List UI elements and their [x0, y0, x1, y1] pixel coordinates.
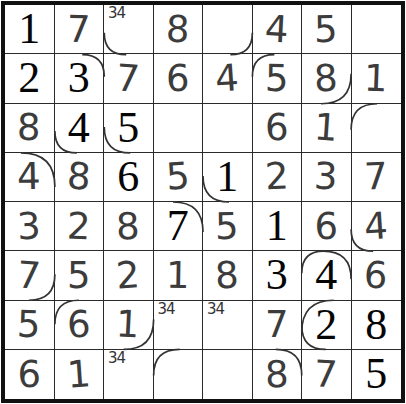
entered-digit: 5 [314, 10, 338, 47]
given-digit: 5 [365, 352, 387, 396]
cell-r8c2[interactable]: 1 [55, 350, 105, 399]
cell-r5c2[interactable]: 2 [55, 202, 105, 251]
given-digit: 8 [365, 303, 387, 347]
entered-digit: 7 [364, 158, 389, 196]
entered-digit: 5 [165, 158, 191, 197]
given-digit: 1 [266, 204, 288, 248]
cell-r1c3[interactable]: 34 [104, 5, 154, 54]
cell-r1c7[interactable]: 5 [302, 5, 352, 54]
cell-r5c5[interactable]: 5 [203, 202, 253, 251]
cell-r4c8[interactable]: 7 [352, 153, 402, 202]
cell-r6c8[interactable]: 6 [352, 251, 402, 300]
pencilmark-candidates: 34 [108, 6, 125, 21]
cell-r3c3[interactable]: 5 [104, 104, 154, 153]
entered-digit: 5 [265, 60, 289, 97]
entered-digit: 6 [66, 306, 91, 344]
cell-r5c7[interactable]: 6 [302, 202, 352, 251]
entered-digit: 3 [314, 158, 339, 196]
cell-r3c2[interactable]: 4 [55, 104, 105, 153]
cell-r6c1[interactable]: 7 [5, 251, 55, 300]
cell-r5c3[interactable]: 8 [104, 202, 154, 251]
entered-digit: 1 [116, 306, 141, 344]
cell-r1c5[interactable] [203, 5, 253, 54]
cell-r8c4[interactable] [154, 350, 204, 399]
entered-digit: 5 [17, 306, 42, 344]
cell-r6c4[interactable]: 1 [154, 251, 204, 300]
cell-r1c4[interactable]: 8 [154, 5, 204, 54]
given-digit: 2 [315, 303, 337, 347]
entered-digit: 7 [265, 306, 289, 343]
cell-r1c2[interactable]: 7 [55, 5, 105, 54]
entered-digit: 8 [116, 207, 141, 245]
entered-digit: 2 [115, 256, 141, 295]
entered-digit: 5 [67, 257, 91, 294]
cell-r3c4[interactable] [154, 104, 204, 153]
cell-r8c5[interactable] [203, 350, 253, 399]
cell-r2c5[interactable]: 4 [203, 54, 253, 103]
cell-r6c6[interactable]: 3 [253, 251, 303, 300]
given-digit: 4 [68, 106, 90, 150]
cell-r8c8[interactable]: 5 [352, 350, 402, 399]
given-digit: 7 [167, 204, 189, 248]
given-digit: 3 [266, 253, 288, 297]
pencilmark-candidates: 34 [207, 302, 224, 317]
entered-digit: 8 [66, 158, 92, 197]
cell-r6c5[interactable]: 8 [203, 251, 253, 300]
given-digit: 1 [216, 155, 238, 199]
given-digit: 2 [18, 56, 40, 100]
cell-r4c1[interactable]: 4 [5, 153, 55, 202]
cell-r3c8[interactable] [352, 104, 402, 153]
cell-r2c1[interactable]: 2 [5, 54, 55, 103]
entered-digit: 8 [264, 355, 289, 393]
cell-r7c6[interactable]: 7 [253, 301, 303, 350]
cell-r5c4[interactable]: 7 [154, 202, 204, 251]
cell-r4c7[interactable]: 3 [302, 153, 352, 202]
entered-digit: 2 [264, 158, 289, 196]
cell-r4c6[interactable]: 2 [253, 153, 303, 202]
cell-r6c7[interactable]: 4 [302, 251, 352, 300]
entered-digit: 8 [17, 109, 41, 146]
entered-digit: 8 [215, 256, 240, 294]
given-digit: 4 [315, 253, 337, 297]
entered-digit: 6 [314, 208, 338, 245]
cell-r3c6[interactable]: 6 [253, 104, 303, 153]
entered-digit: 5 [215, 207, 239, 244]
cell-r5c1[interactable]: 3 [5, 202, 55, 251]
cell-r7c1[interactable]: 5 [5, 301, 55, 350]
cell-r2c4[interactable]: 6 [154, 54, 204, 103]
entered-digit: 7 [16, 256, 42, 295]
pencilmark-candidates: 34 [158, 302, 175, 317]
pencilmark-candidates: 34 [108, 351, 125, 366]
given-digit: 1 [18, 7, 40, 51]
cell-r8c1[interactable]: 6 [5, 350, 55, 399]
entered-digit: 4 [264, 10, 289, 48]
cell-r7c7[interactable]: 2 [302, 301, 352, 350]
cell-r2c8[interactable]: 1 [352, 54, 402, 103]
cell-r2c3[interactable]: 7 [104, 54, 154, 103]
cell-r5c8[interactable]: 4 [352, 202, 402, 251]
entered-digit: 6 [364, 256, 389, 294]
entered-digit: 1 [166, 257, 190, 294]
cell-r7c5[interactable]: 34 [203, 301, 253, 350]
entered-digit: 1 [364, 59, 389, 97]
cell-r7c4[interactable]: 34 [154, 301, 204, 350]
cell-r8c6[interactable]: 8 [253, 350, 303, 399]
cell-r4c3[interactable]: 6 [104, 153, 154, 202]
cell-r3c5[interactable] [203, 104, 253, 153]
cell-r1c8[interactable] [352, 5, 402, 54]
entered-digit: 6 [166, 60, 190, 97]
entered-digit: 6 [17, 356, 41, 393]
entered-digit: 1 [313, 108, 339, 147]
cell-r8c3[interactable]: 34 [104, 350, 154, 399]
given-digit: 6 [117, 155, 139, 199]
cell-r1c6[interactable]: 4 [253, 5, 303, 54]
given-digit: 3 [68, 56, 90, 100]
cell-r6c3[interactable]: 2 [104, 251, 154, 300]
entered-digit: 6 [265, 109, 289, 146]
sudoku-board: 1734845237645818456148651237328751647521… [1, 1, 405, 403]
cell-r2c7[interactable]: 8 [302, 54, 352, 103]
cell-r2c2[interactable]: 3 [55, 54, 105, 103]
given-digit: 5 [117, 106, 139, 150]
cell-r4c4[interactable]: 5 [154, 153, 204, 202]
entered-digit: 3 [17, 207, 42, 245]
cell-r5c6[interactable]: 1 [253, 202, 303, 251]
cell-r7c3[interactable]: 1 [104, 301, 154, 350]
entered-digit: 2 [66, 207, 91, 245]
entered-digit: 8 [314, 59, 339, 97]
cell-r4c2[interactable]: 8 [55, 153, 105, 202]
puzzle-screenshot: 1734845237645818456148651237328751647521… [0, 0, 406, 404]
entered-digit: 4 [363, 207, 389, 246]
cell-r1c1[interactable]: 1 [5, 5, 55, 54]
cell-r7c2[interactable]: 6 [55, 301, 105, 350]
cell-r2c6[interactable]: 5 [253, 54, 303, 103]
cell-r6c2[interactable]: 5 [55, 251, 105, 300]
cell-r4c5[interactable]: 1 [203, 153, 253, 202]
cell-r3c1[interactable]: 8 [5, 104, 55, 153]
cell-r8c7[interactable]: 7 [302, 350, 352, 399]
cell-r3c7[interactable]: 1 [302, 104, 352, 153]
entered-digit: 4 [214, 59, 240, 98]
entered-digit: 7 [115, 59, 141, 98]
entered-digit: 7 [67, 10, 91, 47]
entered-digit: 1 [66, 355, 92, 394]
entered-digit: 8 [165, 10, 190, 48]
entered-digit: 7 [314, 355, 339, 393]
entered-digit: 4 [17, 158, 41, 195]
cell-r7c8[interactable]: 8 [352, 301, 402, 350]
